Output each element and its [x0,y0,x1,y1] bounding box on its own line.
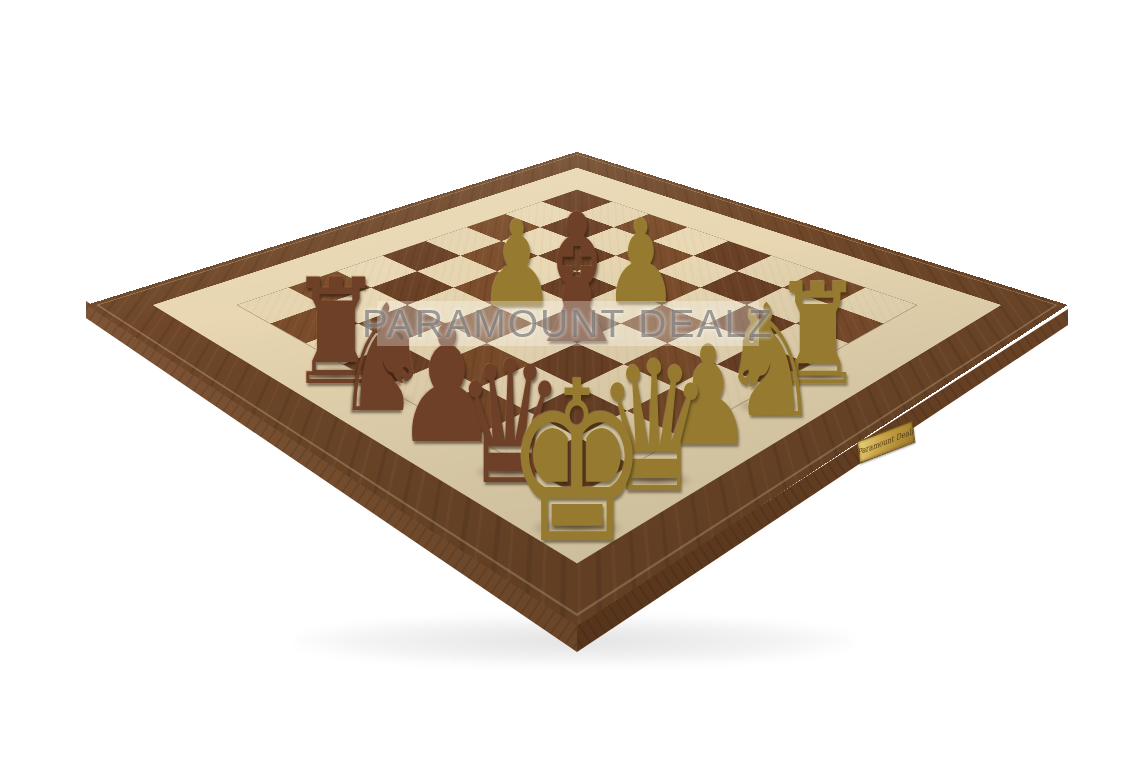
product-photo-scene: ♟♟♝♜♞♟♛♚♛♟♞♜ Paramount Dealz PARAMOUNT D… [0,0,1140,760]
watermark-text: PARAMOUNT DEALZ [362,302,774,346]
watermark-band: PARAMOUNT DEALZ [377,301,759,346]
piece-brass-king-h1: ♚ [477,352,676,574]
pieces-layer: ♟♟♝♜♞♟♛♚♛♟♞♜ [0,0,1140,760]
